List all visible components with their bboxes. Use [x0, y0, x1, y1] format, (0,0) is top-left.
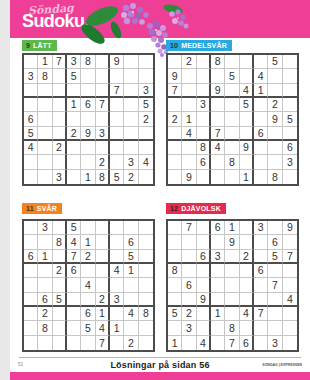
sudoku-cell-empty — [67, 336, 81, 350]
sudoku-cell-given: 2 — [124, 170, 138, 184]
sudoku-cell-empty — [24, 293, 38, 307]
sudoku-cell-empty — [182, 98, 196, 112]
sudoku-cell-empty — [254, 98, 268, 112]
sudoku-cell-empty — [110, 98, 124, 112]
sudoku-cell-empty — [139, 293, 153, 307]
sudoku-cell-given: 1 — [124, 264, 138, 278]
sudoku-cell-given: 7 — [96, 98, 110, 112]
sudoku-grid-hard: 3584166172526414652326148854172 — [22, 219, 155, 352]
sudoku-cell-given: 4 — [96, 321, 110, 335]
sudoku-cell-empty — [240, 278, 254, 292]
sudoku-cell-empty — [139, 235, 153, 249]
sudoku-cell-empty — [96, 278, 110, 292]
sudoku-cell-empty — [254, 293, 268, 307]
sudoku-cell-empty — [268, 264, 282, 278]
sudoku-cell-given: 5 — [240, 98, 254, 112]
sudoku-cell-empty — [225, 250, 239, 264]
sudoku-cell-given: 1 — [254, 84, 268, 98]
sudoku-cell-empty — [96, 55, 110, 69]
sudoku-cell-empty — [24, 235, 38, 249]
sudoku-cell-empty — [283, 336, 297, 350]
sudoku-cell-given: 1 — [38, 250, 52, 264]
sudoku-cell-empty — [110, 221, 124, 235]
sudoku-cell-empty — [168, 293, 182, 307]
sudoku-cell-given: 2 — [182, 55, 196, 69]
sudoku-cell-empty — [168, 127, 182, 141]
sudoku-cell-given: 8 — [197, 141, 211, 155]
sudoku-cell-empty — [197, 307, 211, 321]
sudoku-cell-given: 9 — [225, 235, 239, 249]
sudoku-cell-given: 8 — [38, 321, 52, 335]
sudoku-cell-empty — [67, 170, 81, 184]
sudoku-cell-empty — [110, 235, 124, 249]
sudoku-cell-given: 3 — [268, 336, 282, 350]
footer-divider — [19, 357, 301, 358]
sudoku-cell-given: 7 — [225, 336, 239, 350]
sudoku-cell-empty — [168, 141, 182, 155]
sudoku-cell-empty — [24, 278, 38, 292]
sudoku-cell-empty — [67, 293, 81, 307]
sudoku-cell-empty — [197, 221, 211, 235]
sudoku-cell-empty — [24, 98, 38, 112]
sudoku-cell-given: 9 — [168, 69, 182, 83]
sudoku-cell-given: 4 — [240, 307, 254, 321]
sudoku-cell-given: 4 — [67, 235, 81, 249]
sudoku-cell-given: 4 — [211, 141, 225, 155]
sudoku-cell-empty — [283, 127, 297, 141]
sudoku-cell-empty — [283, 84, 297, 98]
sudoku-cell-given: 2 — [81, 250, 95, 264]
sudoku-cell-empty — [182, 336, 196, 350]
sudoku-cell-given: 3 — [182, 321, 196, 335]
sudoku-cell-empty — [168, 321, 182, 335]
sudoku-cell-given: 1 — [211, 307, 225, 321]
sudoku-cell-empty — [254, 336, 268, 350]
sudoku-cell-empty — [182, 84, 196, 98]
sudoku-cell-given: 2 — [38, 307, 52, 321]
sudoku-cell-given: 1 — [67, 98, 81, 112]
sudoku-cell-empty — [240, 264, 254, 278]
sudoku-cell-given: 4 — [139, 155, 153, 169]
sudoku-cell-empty — [67, 84, 81, 98]
sudoku-cell-empty — [139, 221, 153, 235]
sudoku-cell-empty — [197, 84, 211, 98]
sudoku-cell-empty — [139, 170, 153, 184]
sudoku-cell-empty — [53, 84, 67, 98]
sudoku-cell-given: 2 — [124, 336, 138, 350]
sudoku-cell-empty — [38, 112, 52, 126]
sudoku-cell-empty — [211, 112, 225, 126]
difficulty-label: MEDELSVÅR — [181, 42, 227, 49]
sudoku-cell-empty — [38, 98, 52, 112]
sudoku-cell-empty — [254, 55, 268, 69]
sudoku-cell-given: 3 — [53, 170, 67, 184]
sudoku-cell-given: 3 — [67, 55, 81, 69]
sudoku-cell-empty — [283, 98, 297, 112]
sudoku-cell-given: 9 — [211, 84, 225, 98]
sudoku-cell-given: 6 — [38, 293, 52, 307]
sudoku-cell-empty — [124, 221, 138, 235]
sudoku-cell-empty — [211, 293, 225, 307]
sudoku-cell-empty — [211, 321, 225, 335]
sudoku-cell-empty — [38, 278, 52, 292]
sudoku-cell-given: 7 — [268, 278, 282, 292]
sudoku-cell-empty — [124, 141, 138, 155]
sudoku-cell-empty — [53, 127, 67, 141]
sudoku-cell-empty — [254, 321, 268, 335]
sudoku-cell-empty — [110, 112, 124, 126]
sudoku-cell-empty — [24, 155, 38, 169]
sudoku-cell-given: 3 — [124, 155, 138, 169]
sudoku-cell-given: 7 — [254, 307, 268, 321]
sudoku-cell-empty — [96, 250, 110, 264]
sudoku-cell-given: 7 — [211, 127, 225, 141]
sudoku-cell-empty — [81, 69, 95, 83]
sudoku-cell-given: 2 — [67, 127, 81, 141]
sudoku-cell-empty — [240, 69, 254, 83]
sudoku-cell-empty — [53, 221, 67, 235]
sudoku-cell-empty — [81, 264, 95, 278]
sudoku-cell-given: 2 — [96, 293, 110, 307]
sudoku-cell-given: 8 — [225, 321, 239, 335]
sudoku-cell-empty — [225, 264, 239, 278]
sudoku-cell-empty — [38, 155, 52, 169]
sudoku-cell-given: 3 — [24, 69, 38, 83]
sudoku-cell-given: 5 — [139, 98, 153, 112]
sudoku-cell-empty — [124, 278, 138, 292]
sudoku-cell-empty — [139, 55, 153, 69]
sudoku-cell-empty — [283, 170, 297, 184]
sudoku-cell-empty — [81, 112, 95, 126]
sudoku-cell-given: 2 — [96, 155, 110, 169]
sudoku-cell-empty — [110, 155, 124, 169]
sudoku-cell-given: 2 — [139, 112, 153, 126]
sudoku-cell-given: 2 — [268, 98, 282, 112]
sudoku-cell-given: 6 — [268, 235, 282, 249]
sudoku-cell-empty — [24, 84, 38, 98]
sudoku-cell-given: 2 — [53, 141, 67, 155]
sudoku-cell-empty — [124, 69, 138, 83]
sudoku-cell-empty — [24, 336, 38, 350]
sudoku-cell-empty — [53, 321, 67, 335]
sudoku-cell-empty — [124, 84, 138, 98]
puzzle-number: 9 — [26, 42, 30, 49]
sudoku-cell-given: 9 — [182, 170, 196, 184]
sudoku-cell-empty — [24, 307, 38, 321]
sudoku-cell-empty — [53, 278, 67, 292]
sudoku-cell-empty — [268, 221, 282, 235]
sudoku-cell-given: 6 — [240, 336, 254, 350]
sudoku-cell-given: 4 — [81, 278, 95, 292]
sudoku-cell-empty — [211, 235, 225, 249]
sudoku-cell-empty — [240, 155, 254, 169]
sudoku-cell-empty — [283, 321, 297, 335]
sudoku-cell-given: 7 — [110, 84, 124, 98]
sudoku-cell-given: 1 — [96, 307, 110, 321]
sudoku-grid-medium: 285954794135221954768496683918 — [166, 53, 299, 186]
sudoku-cell-empty — [240, 235, 254, 249]
sudoku-cell-empty — [53, 98, 67, 112]
sudoku-cell-empty — [139, 264, 153, 278]
sudoku-cell-empty — [67, 321, 81, 335]
sudoku-cell-empty — [38, 127, 52, 141]
sudoku-cell-given: 6 — [254, 127, 268, 141]
sudoku-cell-empty — [225, 98, 239, 112]
sudoku-cell-given: 5 — [53, 293, 67, 307]
sudoku-cell-given: 9 — [81, 127, 95, 141]
sudoku-cell-given: 9 — [268, 112, 282, 126]
sudoku-cell-empty — [96, 84, 110, 98]
sudoku-cell-empty — [139, 141, 153, 155]
sudoku-cell-empty — [283, 69, 297, 83]
sudoku-cell-empty — [211, 98, 225, 112]
sudoku-cell-empty — [283, 278, 297, 292]
sudoku-cell-given: 3 — [254, 221, 268, 235]
sudoku-cell-given: 8 — [96, 170, 110, 184]
sudoku-cell-empty — [110, 69, 124, 83]
sudoku-cell-empty — [168, 278, 182, 292]
sudoku-cell-given: 9 — [110, 55, 124, 69]
sudoku-cell-empty — [168, 98, 182, 112]
sudoku-cell-given: 6 — [211, 221, 225, 235]
sudoku-cell-given: 1 — [38, 55, 52, 69]
sudoku-cell-empty — [53, 155, 67, 169]
sudoku-cell-empty — [225, 278, 239, 292]
sudoku-cell-empty — [38, 141, 52, 155]
sudoku-cell-given: 3 — [110, 293, 124, 307]
bottom-bar — [10, 372, 310, 380]
sudoku-cell-given: 6 — [124, 235, 138, 249]
sudoku-cell-empty — [225, 84, 239, 98]
sudoku-cell-empty — [67, 278, 81, 292]
sudoku-cell-given: 3 — [96, 127, 110, 141]
difficulty-badge-devilish: 12 DJÄVOLSK — [166, 203, 226, 214]
sudoku-cell-empty — [254, 155, 268, 169]
sudoku-cell-given: 3 — [139, 84, 153, 98]
sudoku-cell-given: 5 — [81, 321, 95, 335]
sudoku-cell-given: 5 — [268, 55, 282, 69]
sudoku-cell-empty — [110, 127, 124, 141]
sudoku-cell-empty — [96, 235, 110, 249]
sudoku-cell-given: 3 — [283, 155, 297, 169]
sudoku-cell-empty — [197, 69, 211, 83]
sudoku-cell-empty — [24, 170, 38, 184]
sudoku-cell-empty — [168, 155, 182, 169]
sudoku-cell-given: 1 — [110, 321, 124, 335]
sudoku-cell-empty — [53, 112, 67, 126]
sudoku-cell-given: 7 — [182, 221, 196, 235]
sudoku-cell-given: 3 — [38, 221, 52, 235]
sudoku-cell-given: 4 — [182, 127, 196, 141]
sudoku-cell-given: 4 — [240, 84, 254, 98]
sudoku-cell-empty — [81, 336, 95, 350]
sudoku-cell-given: 6 — [197, 155, 211, 169]
sudoku-cell-empty — [124, 293, 138, 307]
sudoku-cell-empty — [268, 127, 282, 141]
page-number: 52 — [18, 362, 23, 367]
sudoku-cell-empty — [254, 112, 268, 126]
sudoku-cell-given: 8 — [38, 69, 52, 83]
sudoku-cell-empty — [197, 127, 211, 141]
sudoku-cell-given: 5 — [168, 307, 182, 321]
sudoku-cell-given: 8 — [225, 155, 239, 169]
sudoku-cell-empty — [254, 278, 268, 292]
sudoku-cell-empty — [225, 141, 239, 155]
sudoku-cell-empty — [225, 55, 239, 69]
sudoku-cell-empty — [211, 264, 225, 278]
sudoku-cell-given: 3 — [197, 98, 211, 112]
sudoku-cell-empty — [268, 84, 282, 98]
sudoku-cell-given: 7 — [96, 336, 110, 350]
sudoku-cell-empty — [53, 250, 67, 264]
sudoku-cell-empty — [96, 264, 110, 278]
sudoku-cell-given: 4 — [110, 264, 124, 278]
sudoku-cell-given: 9 — [283, 221, 297, 235]
sudoku-cell-given: 5 — [225, 69, 239, 83]
sudoku-cell-empty — [182, 250, 196, 264]
sudoku-cell-given: 5 — [24, 127, 38, 141]
sudoku-cell-empty — [182, 141, 196, 155]
sudoku-cell-given: 9 — [240, 141, 254, 155]
sudoku-cell-empty — [96, 141, 110, 155]
sudoku-cell-empty — [53, 336, 67, 350]
sudoku-page: Söndag Sudoku. 9 LÄTT — [10, 0, 310, 380]
sudoku-cell-empty — [182, 155, 196, 169]
sudoku-cell-empty — [240, 112, 254, 126]
sudoku-cell-empty — [139, 336, 153, 350]
puzzle-number: 11 — [26, 205, 34, 212]
sudoku-cell-given: 5 — [124, 250, 138, 264]
sudoku-cell-empty — [67, 307, 81, 321]
sudoku-cell-empty — [225, 293, 239, 307]
sudoku-cell-given: 1 — [81, 170, 95, 184]
sudoku-cell-empty — [67, 112, 81, 126]
sudoku-cell-empty — [283, 264, 297, 278]
sudoku-cell-given: 6 — [182, 278, 196, 292]
sudoku-cell-empty — [139, 69, 153, 83]
sudoku-cell-empty — [254, 250, 268, 264]
sudoku-cell-empty — [38, 264, 52, 278]
sudoku-cell-empty — [225, 307, 239, 321]
sudoku-cell-given: 5 — [268, 250, 282, 264]
sudoku-cell-empty — [197, 170, 211, 184]
sudoku-cell-given: 6 — [283, 141, 297, 155]
sudoku-cell-empty — [268, 321, 282, 335]
puzzle-number: 10 — [170, 42, 178, 49]
sudoku-cell-given: 7 — [67, 250, 81, 264]
sudoku-cell-empty — [24, 264, 38, 278]
sudoku-cell-given: 2 — [168, 112, 182, 126]
sudoku-cell-given: 5 — [67, 221, 81, 235]
sudoku-cell-empty — [67, 141, 81, 155]
sudoku-cell-empty — [124, 55, 138, 69]
sudoku-cell-given: 8 — [211, 55, 225, 69]
sudoku-cell-empty — [110, 250, 124, 264]
sudoku-cell-empty — [81, 293, 95, 307]
sudoku-cell-empty — [96, 221, 110, 235]
sudoku-cell-given: 6 — [81, 98, 95, 112]
sudoku-grid-easy: 173893857316756252934223431852 — [22, 53, 155, 186]
sudoku-cell-empty — [168, 250, 182, 264]
sudoku-cell-given: 1 — [240, 170, 254, 184]
sudoku-cell-given: 7 — [168, 84, 182, 98]
sudoku-cell-empty — [24, 55, 38, 69]
sudoku-cell-empty — [124, 321, 138, 335]
sudoku-cell-empty — [67, 155, 81, 169]
sudoku-cell-empty — [182, 69, 196, 83]
sudoku-cell-empty — [168, 221, 182, 235]
sudoku-cell-empty — [139, 127, 153, 141]
difficulty-label: LÄTT — [33, 42, 52, 49]
sudoku-cell-empty — [197, 278, 211, 292]
sudoku-cell-given: 9 — [197, 293, 211, 307]
sudoku-cell-given: 4 — [254, 69, 268, 83]
sudoku-cell-empty — [211, 69, 225, 83]
sudoku-cell-empty — [96, 112, 110, 126]
sudoku-cell-empty — [211, 336, 225, 350]
sudoku-cell-empty — [197, 264, 211, 278]
sudoku-cell-empty — [38, 170, 52, 184]
difficulty-badge-hard: 11 SVÅR — [22, 203, 62, 214]
sudoku-cell-empty — [168, 55, 182, 69]
sudoku-cell-given: 6 — [67, 264, 81, 278]
sudoku-grid-devilish: 761399663257866794521473814763 — [166, 219, 299, 352]
sudoku-cell-empty — [24, 321, 38, 335]
sudoku-cell-empty — [81, 84, 95, 98]
sudoku-cell-empty — [168, 235, 182, 249]
sudoku-cell-empty — [268, 141, 282, 155]
sudoku-cell-given: 6 — [24, 250, 38, 264]
difficulty-badge-medium: 10 MEDELSVÅR — [166, 40, 232, 51]
sudoku-cell-empty — [268, 307, 282, 321]
sudoku-cell-empty — [283, 55, 297, 69]
sudoku-cell-empty — [110, 278, 124, 292]
sudoku-cell-empty — [268, 69, 282, 83]
sudoku-cell-empty — [53, 69, 67, 83]
sudoku-cell-empty — [225, 127, 239, 141]
sudoku-cell-empty — [197, 112, 211, 126]
sudoku-cell-empty — [81, 141, 95, 155]
sudoku-cell-empty — [96, 69, 110, 83]
sudoku-cell-given: 6 — [197, 250, 211, 264]
sudoku-cell-empty — [139, 321, 153, 335]
difficulty-label: DJÄVOLSK — [181, 205, 221, 212]
sudoku-cell-empty — [124, 112, 138, 126]
sudoku-cell-given: 5 — [67, 69, 81, 83]
difficulty-badge-easy: 9 LÄTT — [22, 40, 57, 51]
sudoku-cell-empty — [24, 221, 38, 235]
sudoku-cell-given: 8 — [168, 264, 182, 278]
sudoku-cell-empty — [38, 336, 52, 350]
sudoku-cell-given: 2 — [53, 264, 67, 278]
sudoku-cell-given: 4 — [197, 336, 211, 350]
sudoku-cell-empty — [110, 141, 124, 155]
sudoku-cell-empty — [182, 264, 196, 278]
sudoku-cell-given: 4 — [283, 293, 297, 307]
sudoku-cell-empty — [254, 170, 268, 184]
sudoku-cell-empty — [110, 336, 124, 350]
sudoku-cell-given: 1 — [81, 235, 95, 249]
sudoku-cell-given: 7 — [53, 55, 67, 69]
sudoku-cell-given: 8 — [53, 235, 67, 249]
sudoku-cell-empty — [38, 84, 52, 98]
sudoku-cell-given: 1 — [168, 336, 182, 350]
sudoku-cell-empty — [182, 293, 196, 307]
sudoku-cell-given: 1 — [225, 221, 239, 235]
sudoku-cell-given: 6 — [24, 112, 38, 126]
sudoku-cell-empty — [283, 307, 297, 321]
sudoku-cell-empty — [139, 278, 153, 292]
